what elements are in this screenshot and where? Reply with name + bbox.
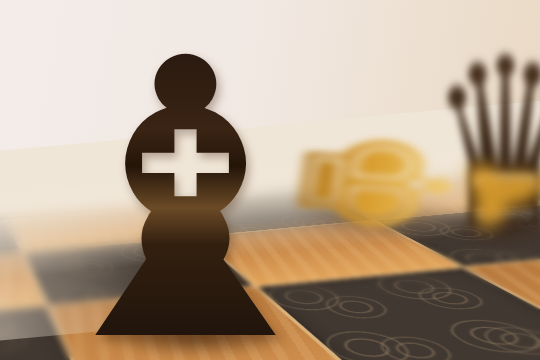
chess-photo-scene: ♛ ♟ ♚ ♝: [0, 0, 540, 360]
dark-bishop-glyph: ♝: [13, 52, 358, 352]
dark-bishop-piece[interactable]: ♝: [88, 40, 283, 352]
